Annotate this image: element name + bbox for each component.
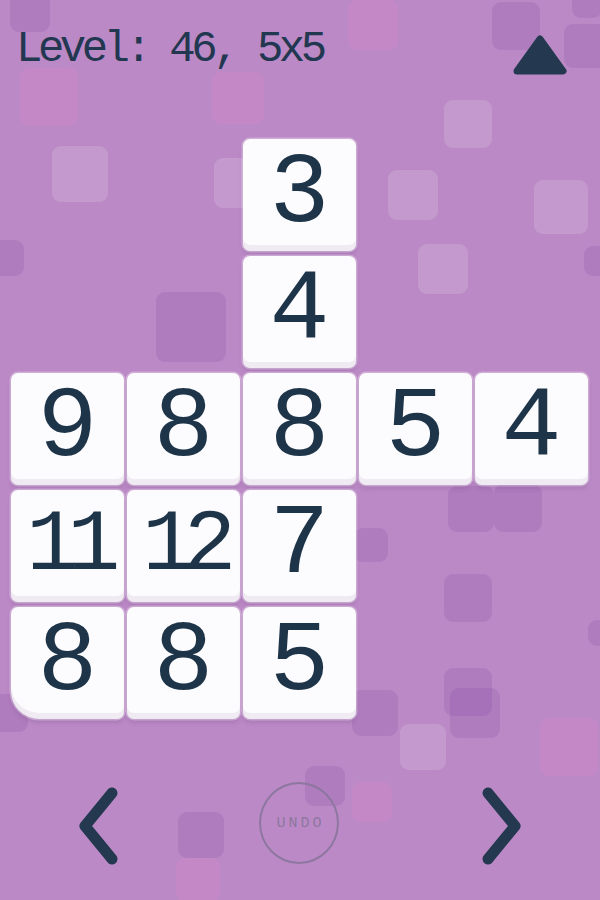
bg-square <box>212 72 264 124</box>
empty-cell <box>11 139 124 251</box>
empty-cell <box>359 490 472 602</box>
bg-square <box>588 620 600 646</box>
tile[interactable]: 9 <box>11 373 124 485</box>
empty-cell <box>359 256 472 368</box>
tile[interactable]: 7 <box>243 490 356 602</box>
bg-square <box>540 718 598 776</box>
tile[interactable]: 8 <box>11 607 124 719</box>
tile[interactable]: 5 <box>243 607 356 719</box>
bg-square <box>348 0 398 50</box>
empty-cell <box>475 256 588 368</box>
undo-label: UNDO <box>273 815 324 832</box>
tile[interactable]: 11 <box>11 490 124 602</box>
empty-cell <box>475 490 588 602</box>
bg-square <box>352 782 392 822</box>
empty-cell <box>359 607 472 719</box>
bg-square <box>176 858 220 900</box>
triangle-up-icon <box>512 34 568 76</box>
undo-button[interactable]: UNDO <box>259 782 339 864</box>
next-level-button[interactable] <box>480 786 524 866</box>
tile[interactable]: 5 <box>359 373 472 485</box>
empty-cell <box>127 256 240 368</box>
bg-square <box>20 68 78 126</box>
empty-cell <box>11 256 124 368</box>
tile[interactable]: 8 <box>243 373 356 485</box>
tile[interactable]: 3 <box>243 139 356 251</box>
tile[interactable]: 4 <box>243 256 356 368</box>
empty-cell <box>359 139 472 251</box>
tile[interactable]: 8 <box>127 373 240 485</box>
collapse-button[interactable] <box>512 34 568 76</box>
tile[interactable]: 4 <box>475 373 588 485</box>
empty-cell <box>127 139 240 251</box>
bg-square <box>400 724 446 770</box>
tile[interactable]: 8 <box>127 607 240 719</box>
chevron-left-icon <box>76 786 120 866</box>
level-label: Level: 46, 5x5 <box>16 24 323 74</box>
tile[interactable]: 12 <box>127 490 240 602</box>
bg-square <box>572 0 600 18</box>
bg-square <box>564 24 600 68</box>
prev-level-button[interactable] <box>76 786 120 866</box>
chevron-right-icon <box>480 786 524 866</box>
bg-square <box>178 812 224 858</box>
board: 349885411127885 <box>11 139 588 719</box>
empty-cell <box>475 607 588 719</box>
empty-cell <box>475 139 588 251</box>
